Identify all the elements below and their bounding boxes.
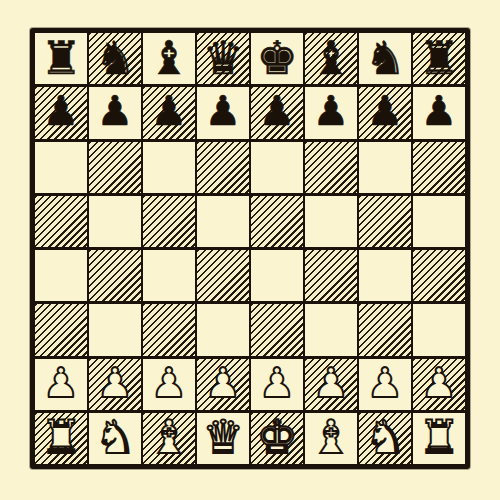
square-a1[interactable]: ♜ xyxy=(35,413,87,464)
square-c1[interactable]: ♝ xyxy=(143,413,195,464)
square-a4[interactable] xyxy=(35,250,87,301)
piece-white-bishop: ♝ xyxy=(310,414,351,460)
square-g5[interactable] xyxy=(359,196,411,247)
square-e6[interactable] xyxy=(251,142,303,193)
square-d3[interactable] xyxy=(197,304,249,355)
piece-white-rook: ♜ xyxy=(418,414,459,460)
piece-black-knight: ♞ xyxy=(94,35,135,81)
square-h4[interactable] xyxy=(413,250,465,301)
piece-white-rook: ♜ xyxy=(40,414,81,460)
piece-black-bishop: ♝ xyxy=(310,35,351,81)
square-f5[interactable] xyxy=(305,196,357,247)
square-h1[interactable]: ♜ xyxy=(413,413,465,464)
piece-black-knight: ♞ xyxy=(364,35,405,81)
piece-black-pawn: ♟ xyxy=(367,91,404,132)
square-c2[interactable]: ♟ xyxy=(143,359,195,410)
square-f7[interactable]: ♟ xyxy=(305,87,357,138)
square-b5[interactable] xyxy=(89,196,141,247)
chess-diagram-page: ♜♞♝♛♚♝♞♜♟♟♟♟♟♟♟♟♟♟♟♟♟♟♟♟♜♞♝♛♚♝♞♜ xyxy=(0,0,500,500)
piece-white-queen: ♛ xyxy=(202,414,243,460)
piece-white-bishop: ♝ xyxy=(148,414,189,460)
square-e5[interactable] xyxy=(251,196,303,247)
square-g7[interactable]: ♟ xyxy=(359,87,411,138)
square-h6[interactable] xyxy=(413,142,465,193)
square-c3[interactable] xyxy=(143,304,195,355)
piece-white-pawn: ♟ xyxy=(259,363,296,404)
square-b1[interactable]: ♞ xyxy=(89,413,141,464)
square-f4[interactable] xyxy=(305,250,357,301)
square-c5[interactable] xyxy=(143,196,195,247)
piece-white-knight: ♞ xyxy=(364,414,405,460)
square-e2[interactable]: ♟ xyxy=(251,359,303,410)
square-e1[interactable]: ♚ xyxy=(251,413,303,464)
square-b8[interactable]: ♞ xyxy=(89,33,141,84)
piece-black-pawn: ♟ xyxy=(97,91,134,132)
square-d4[interactable] xyxy=(197,250,249,301)
square-a2[interactable]: ♟ xyxy=(35,359,87,410)
square-d8[interactable]: ♛ xyxy=(197,33,249,84)
square-d5[interactable] xyxy=(197,196,249,247)
square-c6[interactable] xyxy=(143,142,195,193)
square-f3[interactable] xyxy=(305,304,357,355)
square-g3[interactable] xyxy=(359,304,411,355)
square-g6[interactable] xyxy=(359,142,411,193)
square-b3[interactable] xyxy=(89,304,141,355)
piece-black-bishop: ♝ xyxy=(148,35,189,81)
piece-black-pawn: ♟ xyxy=(313,91,350,132)
piece-black-pawn: ♟ xyxy=(421,91,458,132)
square-g1[interactable]: ♞ xyxy=(359,413,411,464)
square-c8[interactable]: ♝ xyxy=(143,33,195,84)
square-a8[interactable]: ♜ xyxy=(35,33,87,84)
piece-black-pawn: ♟ xyxy=(259,91,296,132)
square-h3[interactable] xyxy=(413,304,465,355)
square-e7[interactable]: ♟ xyxy=(251,87,303,138)
square-b4[interactable] xyxy=(89,250,141,301)
square-a5[interactable] xyxy=(35,196,87,247)
piece-black-pawn: ♟ xyxy=(43,91,80,132)
piece-white-knight: ♞ xyxy=(94,414,135,460)
piece-black-rook: ♜ xyxy=(418,35,459,81)
square-d2[interactable]: ♟ xyxy=(197,359,249,410)
piece-white-pawn: ♟ xyxy=(97,363,134,404)
square-c4[interactable] xyxy=(143,250,195,301)
square-f1[interactable]: ♝ xyxy=(305,413,357,464)
square-g4[interactable] xyxy=(359,250,411,301)
piece-white-pawn: ♟ xyxy=(421,363,458,404)
square-b6[interactable] xyxy=(89,142,141,193)
square-b2[interactable]: ♟ xyxy=(89,359,141,410)
square-h2[interactable]: ♟ xyxy=(413,359,465,410)
square-a7[interactable]: ♟ xyxy=(35,87,87,138)
square-h8[interactable]: ♜ xyxy=(413,33,465,84)
piece-white-king: ♚ xyxy=(256,414,297,460)
piece-black-king: ♚ xyxy=(256,35,297,81)
piece-black-queen: ♛ xyxy=(202,35,243,81)
square-a3[interactable] xyxy=(35,304,87,355)
square-d6[interactable] xyxy=(197,142,249,193)
chess-board: ♜♞♝♛♚♝♞♜♟♟♟♟♟♟♟♟♟♟♟♟♟♟♟♟♜♞♝♛♚♝♞♜ xyxy=(30,28,470,469)
piece-black-pawn: ♟ xyxy=(151,91,188,132)
square-b7[interactable]: ♟ xyxy=(89,87,141,138)
square-d1[interactable]: ♛ xyxy=(197,413,249,464)
square-h7[interactable]: ♟ xyxy=(413,87,465,138)
square-h5[interactable] xyxy=(413,196,465,247)
piece-black-pawn: ♟ xyxy=(205,91,242,132)
square-e4[interactable] xyxy=(251,250,303,301)
square-d7[interactable]: ♟ xyxy=(197,87,249,138)
piece-white-pawn: ♟ xyxy=(313,363,350,404)
piece-white-pawn: ♟ xyxy=(367,363,404,404)
square-a6[interactable] xyxy=(35,142,87,193)
square-e8[interactable]: ♚ xyxy=(251,33,303,84)
square-e3[interactable] xyxy=(251,304,303,355)
square-f2[interactable]: ♟ xyxy=(305,359,357,410)
square-g8[interactable]: ♞ xyxy=(359,33,411,84)
square-f6[interactable] xyxy=(305,142,357,193)
square-g2[interactable]: ♟ xyxy=(359,359,411,410)
piece-black-rook: ♜ xyxy=(40,35,81,81)
square-f8[interactable]: ♝ xyxy=(305,33,357,84)
square-c7[interactable]: ♟ xyxy=(143,87,195,138)
piece-white-pawn: ♟ xyxy=(43,363,80,404)
piece-white-pawn: ♟ xyxy=(205,363,242,404)
piece-white-pawn: ♟ xyxy=(151,363,188,404)
